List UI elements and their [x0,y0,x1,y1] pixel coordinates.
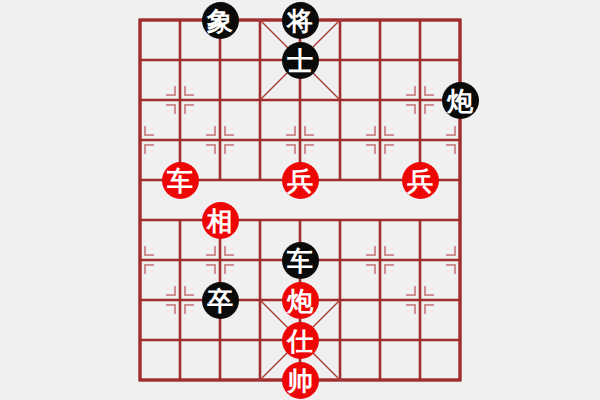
piece-glyph: 炮 [447,88,473,114]
piece-glyph: 兵 [407,168,433,194]
piece-red-advisor[interactable]: 仕 [282,322,319,359]
piece-glyph: 仕 [287,328,313,354]
piece-glyph: 士 [287,48,313,74]
piece-black-chariot[interactable]: 车 [282,242,319,279]
piece-red-elephant[interactable]: 相 [202,202,239,239]
xiangqi-board[interactable]: 象将士炮车兵兵相车卒炮仕帅 [120,0,480,400]
piece-glyph: 象 [207,8,233,34]
piece-glyph: 将 [287,8,313,34]
piece-red-cannon[interactable]: 炮 [282,282,319,319]
piece-glyph: 炮 [287,288,313,314]
piece-black-cannon[interactable]: 炮 [442,82,479,119]
piece-red-pawn[interactable]: 兵 [402,162,439,199]
piece-glyph: 卒 [207,288,233,314]
piece-glyph: 车 [287,248,313,274]
piece-glyph: 帅 [287,368,313,394]
piece-glyph: 相 [207,208,233,234]
piece-black-pawn[interactable]: 卒 [202,282,239,319]
piece-glyph: 兵 [287,168,313,194]
piece-red-king[interactable]: 帅 [282,362,319,399]
piece-black-elephant[interactable]: 象 [202,2,239,39]
piece-red-chariot[interactable]: 车 [162,162,199,199]
xiangqi-app: 象将士炮车兵兵相车卒炮仕帅 [0,0,600,400]
piece-red-pawn[interactable]: 兵 [282,162,319,199]
piece-black-king[interactable]: 将 [282,2,319,39]
piece-glyph: 车 [167,168,193,194]
piece-black-advisor[interactable]: 士 [282,42,319,79]
